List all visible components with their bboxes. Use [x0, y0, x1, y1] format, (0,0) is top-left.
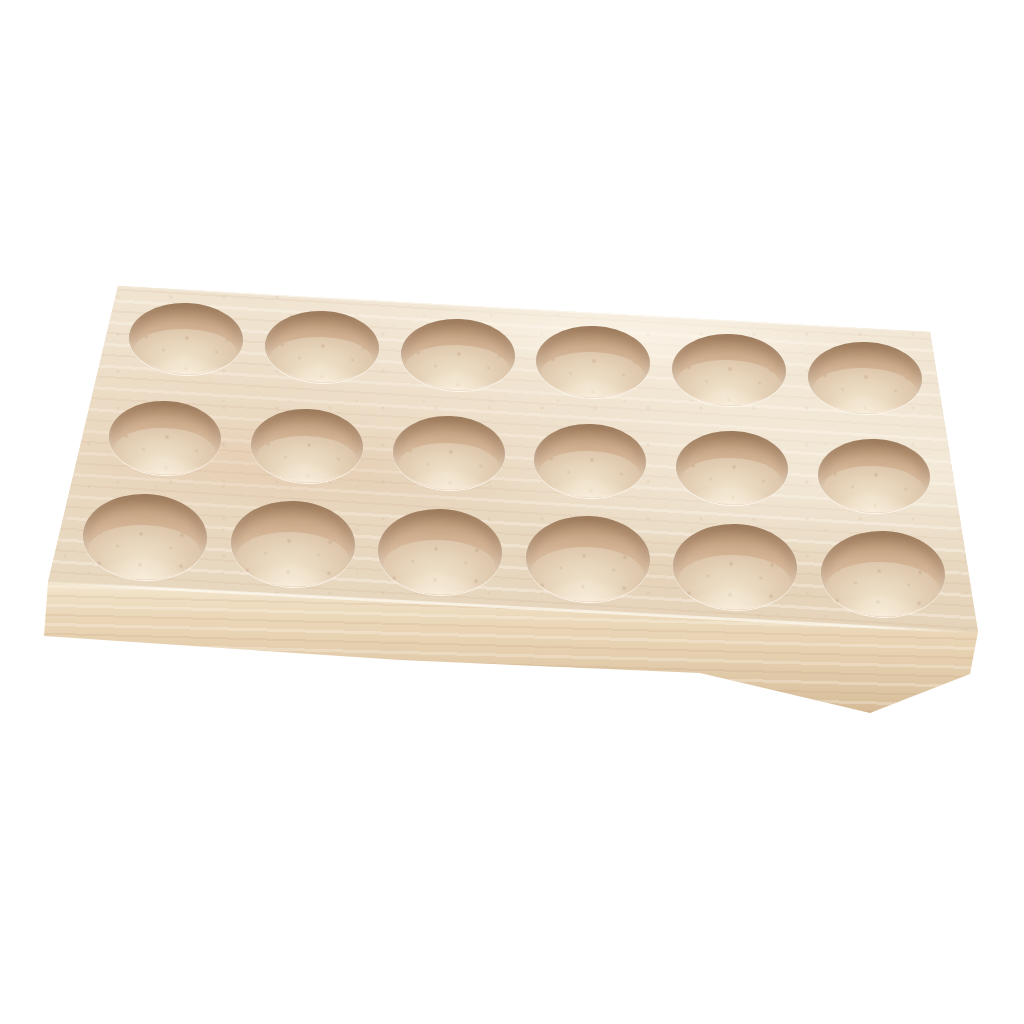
wooden-tray — [0, 0, 1024, 1024]
product-photo-stage — [0, 0, 1024, 1024]
